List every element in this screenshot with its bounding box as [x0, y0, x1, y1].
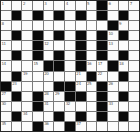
- crossword-board: 1234567891011121314151617181920212223242…: [0, 0, 140, 132]
- clue-number-11: 11: [2, 41, 6, 46]
- blocked-cell-r12c2: [12, 112, 22, 121]
- cell-r13c8[interactable]: 37: [76, 122, 86, 131]
- cell-r12c1[interactable]: [1, 112, 11, 121]
- blocked-cell-r8c9: [87, 72, 97, 81]
- blocked-cell-r3c11: [108, 21, 118, 30]
- blocked-cell-r13c7: [65, 122, 75, 131]
- cell-r3c3[interactable]: [22, 21, 32, 30]
- blocked-cell-r12c10: [97, 112, 107, 121]
- cell-r6c1[interactable]: [1, 51, 11, 60]
- cell-r11c11[interactable]: 33: [108, 102, 118, 111]
- cell-r11c5[interactable]: 31: [44, 102, 54, 111]
- cell-r1c13[interactable]: 7: [129, 1, 139, 10]
- clue-number-23: 23: [12, 82, 16, 87]
- cell-r8c8[interactable]: 21: [76, 72, 86, 81]
- cell-r7c1[interactable]: 14: [1, 61, 11, 70]
- cell-r9c4[interactable]: [33, 82, 43, 91]
- cell-r7c13[interactable]: [129, 61, 139, 70]
- blocked-cell-r4c8: [76, 31, 86, 40]
- clue-number-24: 24: [76, 82, 80, 87]
- clue-number-14: 14: [2, 61, 6, 66]
- cell-r6c13[interactable]: [129, 51, 139, 60]
- cell-r6c7[interactable]: [65, 51, 75, 60]
- blocked-cell-r7c6: [54, 61, 64, 70]
- clue-number-5: 5: [87, 1, 89, 6]
- cell-r3c6[interactable]: [54, 21, 64, 30]
- blocked-cell-r12c12: [119, 112, 129, 121]
- cell-r12c3[interactable]: 34: [22, 112, 32, 121]
- blocked-cell-r4c2: [12, 31, 22, 40]
- cell-r3c5[interactable]: [44, 21, 54, 30]
- clue-number-30: 30: [2, 102, 6, 107]
- blocked-cell-r4c6: [54, 31, 64, 40]
- cell-r13c2[interactable]: [12, 122, 22, 131]
- blocked-cell-r8c12: [119, 72, 129, 81]
- clue-number-4: 4: [66, 1, 68, 6]
- cell-r1c5[interactable]: 3: [44, 1, 54, 10]
- cell-r1c4[interactable]: [33, 1, 43, 10]
- cell-r12c5[interactable]: [44, 112, 54, 121]
- cell-r3c8[interactable]: [76, 21, 86, 30]
- cell-r1c1[interactable]: 1: [1, 1, 11, 10]
- cell-r9c13[interactable]: [129, 82, 139, 91]
- clue-number-31: 31: [44, 102, 48, 107]
- blocked-cell-r2c8: [76, 11, 86, 20]
- blocked-cell-r5c8: [76, 41, 86, 50]
- cell-r8c7[interactable]: [65, 72, 75, 81]
- blocked-cell-r6c12: [119, 51, 129, 60]
- blocked-cell-r2c10: [97, 11, 107, 20]
- cell-r10c1[interactable]: 27: [1, 92, 11, 101]
- cell-r12c4[interactable]: [33, 112, 43, 121]
- cell-r3c12[interactable]: 9: [119, 21, 129, 30]
- cell-r2c13[interactable]: [129, 11, 139, 20]
- cell-r4c3[interactable]: [22, 31, 32, 40]
- cell-r11c9[interactable]: [87, 102, 97, 111]
- cell-r10c9[interactable]: [87, 92, 97, 101]
- cell-r2c7[interactable]: [65, 11, 75, 20]
- cell-r1c12[interactable]: [119, 1, 129, 10]
- cell-r3c9[interactable]: [87, 21, 97, 30]
- clue-number-29: 29: [55, 92, 59, 97]
- cell-r8c6[interactable]: [54, 72, 64, 81]
- cell-r2c5[interactable]: [44, 11, 54, 20]
- cell-r11c12[interactable]: [119, 102, 129, 111]
- blocked-cell-r6c10: [97, 51, 107, 60]
- cell-r5c12[interactable]: [119, 41, 129, 50]
- cell-r6c9[interactable]: [87, 51, 97, 60]
- blocked-cell-r9c10: [97, 82, 107, 91]
- cell-r2c1[interactable]: [1, 11, 11, 20]
- cell-r4c7[interactable]: [65, 31, 75, 40]
- clue-number-1: 1: [2, 1, 4, 6]
- cell-r11c6[interactable]: [54, 102, 64, 111]
- clue-number-33: 33: [108, 102, 112, 107]
- blocked-cell-r4c10: [97, 31, 107, 40]
- blocked-cell-r6c4: [33, 51, 43, 60]
- cell-r10c13[interactable]: [129, 92, 139, 101]
- cell-r10c6[interactable]: 29: [54, 92, 64, 101]
- cell-r6c5[interactable]: [44, 51, 54, 60]
- cell-r7c2[interactable]: [12, 61, 22, 70]
- clue-number-16: 16: [87, 61, 91, 66]
- cell-r13c1[interactable]: 35: [1, 122, 11, 131]
- cell-r7c4[interactable]: 15: [33, 61, 43, 70]
- blocked-cell-r7c11: [108, 61, 118, 70]
- clue-number-10: 10: [108, 31, 112, 36]
- blocked-cell-r2c6: [54, 11, 64, 20]
- cell-r9c5[interactable]: [44, 82, 54, 91]
- cell-r13c3[interactable]: [22, 122, 32, 131]
- clue-number-26: 26: [108, 82, 112, 87]
- crossword-grid: 1234567891011121314151617181920212223242…: [1, 1, 139, 131]
- cell-r2c9[interactable]: [87, 11, 97, 20]
- cell-r11c13[interactable]: [129, 102, 139, 111]
- clue-number-18: 18: [119, 61, 123, 66]
- clue-number-17: 17: [98, 61, 102, 66]
- cell-r5c11[interactable]: 13: [108, 41, 118, 50]
- blocked-cell-r5c10: [97, 41, 107, 50]
- cell-r10c11[interactable]: [108, 92, 118, 101]
- blocked-cell-r10c12: [119, 92, 129, 101]
- cell-r1c9[interactable]: 5: [87, 1, 97, 10]
- clue-number-9: 9: [119, 21, 121, 26]
- cell-r7c12[interactable]: 18: [119, 61, 129, 70]
- cell-r7c10[interactable]: 17: [97, 61, 107, 70]
- clue-number-36: 36: [44, 122, 48, 127]
- clue-number-32: 32: [66, 102, 70, 107]
- cell-r12c11[interactable]: [108, 112, 118, 121]
- cell-r5c2[interactable]: [12, 41, 22, 50]
- cell-r11c1[interactable]: 30: [1, 102, 11, 111]
- clue-number-20: 20: [44, 72, 48, 77]
- clue-number-22: 22: [98, 72, 102, 77]
- blocked-cell-r1c10: [97, 1, 107, 10]
- blocked-cell-r6c6: [54, 51, 64, 60]
- clue-number-6: 6: [108, 1, 110, 6]
- cell-r11c2[interactable]: [12, 102, 22, 111]
- blocked-cell-r7c5: [44, 61, 54, 70]
- blocked-cell-r9c1: [1, 82, 11, 91]
- cell-r13c10[interactable]: [97, 122, 107, 131]
- cell-r5c6[interactable]: [54, 41, 64, 50]
- cell-r4c9[interactable]: [87, 31, 97, 40]
- cell-r7c9[interactable]: 16: [87, 61, 97, 70]
- blocked-cell-r10c2: [12, 92, 22, 101]
- cell-r13c12[interactable]: [119, 122, 129, 131]
- blocked-cell-r7c8: [76, 61, 86, 70]
- clue-number-27: 27: [2, 92, 6, 97]
- blocked-cell-r11c4: [33, 102, 43, 111]
- cell-r1c7[interactable]: 4: [65, 1, 75, 10]
- cell-r7c3[interactable]: [22, 61, 32, 70]
- blocked-cell-r11c10: [97, 102, 107, 111]
- blocked-cell-r13c4: [33, 122, 43, 131]
- cell-r1c2[interactable]: [12, 1, 22, 10]
- cell-r5c1[interactable]: 11: [1, 41, 11, 50]
- blocked-cell-r8c2: [12, 72, 22, 81]
- cell-r4c11[interactable]: 10: [108, 31, 118, 40]
- cell-r8c5[interactable]: 20: [44, 72, 54, 81]
- blocked-cell-r4c12: [119, 31, 129, 40]
- cell-r2c11[interactable]: [108, 11, 118, 20]
- clue-number-34: 34: [23, 112, 27, 117]
- cell-r3c7[interactable]: [65, 21, 75, 30]
- cell-r5c9[interactable]: [87, 41, 97, 50]
- blocked-cell-r2c4: [33, 11, 43, 20]
- cell-r1c6[interactable]: [54, 1, 64, 10]
- clue-number-35: 35: [2, 122, 6, 127]
- clue-number-8: 8: [2, 21, 4, 26]
- cell-r5c5[interactable]: 12: [44, 41, 54, 50]
- cell-r9c12[interactable]: [119, 82, 129, 91]
- cell-r13c9[interactable]: [87, 122, 97, 131]
- cell-r9c2[interactable]: 23: [12, 82, 22, 91]
- cell-r1c8[interactable]: [76, 1, 86, 10]
- cell-r2c3[interactable]: [22, 11, 32, 20]
- cell-r10c5[interactable]: 28: [44, 92, 54, 101]
- blocked-cell-r6c8: [76, 51, 86, 60]
- blocked-cell-r6c2: [12, 51, 22, 60]
- blocked-cell-r10c4: [33, 92, 43, 101]
- cell-r3c13[interactable]: [129, 21, 139, 30]
- cell-r10c3[interactable]: [22, 92, 32, 101]
- clue-number-7: 7: [130, 1, 132, 6]
- cell-r3c1[interactable]: 8: [1, 21, 11, 30]
- cell-r4c13[interactable]: [129, 31, 139, 40]
- cell-r4c1[interactable]: [1, 31, 11, 40]
- cell-r3c10[interactable]: [97, 21, 107, 30]
- cell-r11c8[interactable]: [76, 102, 86, 111]
- cell-r6c3[interactable]: [22, 51, 32, 60]
- cell-r12c7[interactable]: [65, 112, 75, 121]
- blocked-cell-r10c7: [65, 92, 75, 101]
- blocked-cell-r4c4: [33, 31, 43, 40]
- cell-r13c6[interactable]: [54, 122, 64, 131]
- cell-r12c9[interactable]: [87, 112, 97, 121]
- blocked-cell-r5c4: [33, 41, 43, 50]
- cell-r6c11[interactable]: [108, 51, 118, 60]
- cell-r12c13[interactable]: [129, 112, 139, 121]
- clue-number-15: 15: [34, 61, 38, 66]
- cell-r4c5[interactable]: [44, 31, 54, 40]
- clue-number-37: 37: [76, 122, 80, 127]
- cell-r9c9[interactable]: 25: [87, 82, 97, 91]
- blocked-cell-r10c8: [76, 92, 86, 101]
- clue-number-25: 25: [87, 82, 91, 87]
- cell-r1c11[interactable]: 6: [108, 1, 118, 10]
- cell-r8c3[interactable]: 19: [22, 72, 32, 81]
- blocked-cell-r12c8: [76, 112, 86, 121]
- clue-number-3: 3: [44, 1, 46, 6]
- clue-number-19: 19: [23, 72, 27, 77]
- cell-r8c10[interactable]: 22: [97, 72, 107, 81]
- blocked-cell-r2c2: [12, 11, 22, 20]
- cell-r5c13[interactable]: [129, 41, 139, 50]
- cell-r9c3[interactable]: [22, 82, 32, 91]
- blocked-cell-r10c10: [97, 92, 107, 101]
- cell-r3c4[interactable]: [33, 21, 43, 30]
- cell-r13c11[interactable]: [108, 122, 118, 131]
- blocked-cell-r12c6: [54, 112, 64, 121]
- clue-number-2: 2: [23, 1, 25, 6]
- cell-r1c3[interactable]: 2: [22, 1, 32, 10]
- cell-r5c3[interactable]: [22, 41, 32, 50]
- cell-r8c11[interactable]: [108, 72, 118, 81]
- cell-r8c13[interactable]: [129, 72, 139, 81]
- cell-r9c8[interactable]: 24: [76, 82, 86, 91]
- clue-number-13: 13: [108, 41, 112, 46]
- clue-number-12: 12: [44, 41, 48, 46]
- blocked-cell-r2c12: [119, 11, 129, 20]
- clue-number-21: 21: [76, 72, 80, 77]
- cell-r13c5[interactable]: 36: [44, 122, 54, 131]
- cell-r13c13[interactable]: [129, 122, 139, 131]
- cell-r7c7[interactable]: [65, 61, 75, 70]
- cell-r8c4[interactable]: [33, 72, 43, 81]
- cell-r5c7[interactable]: [65, 41, 75, 50]
- cell-r3c2[interactable]: [12, 21, 22, 30]
- cell-r9c11[interactable]: 26: [108, 82, 118, 91]
- clue-number-28: 28: [44, 92, 48, 97]
- cell-r8c1[interactable]: [1, 72, 11, 81]
- blocked-cell-r9c7: [65, 82, 75, 91]
- cell-r11c7[interactable]: 32: [65, 102, 75, 111]
- blocked-cell-r9c6: [54, 82, 64, 91]
- cell-r11c3[interactable]: [22, 102, 32, 111]
